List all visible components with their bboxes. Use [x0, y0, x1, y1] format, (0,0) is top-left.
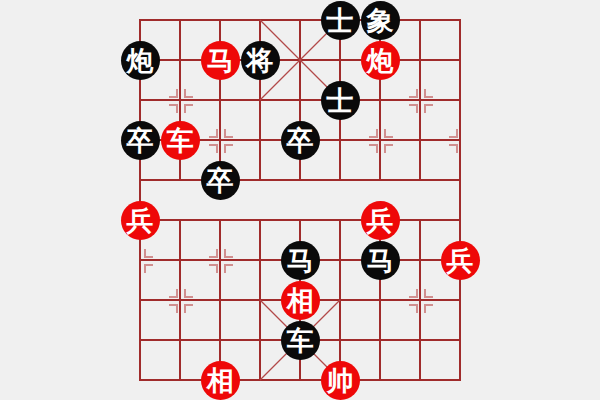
piece-red-soldier[interactable]: 兵: [441, 241, 480, 280]
point-marker: [424, 104, 433, 113]
piece-black-horse[interactable]: 马: [361, 241, 400, 280]
piece-black-soldier[interactable]: 卒: [201, 161, 240, 200]
point-marker: [169, 289, 178, 298]
piece-black-chariot[interactable]: 车: [281, 321, 320, 360]
point-marker: [409, 89, 418, 98]
piece-red-horse[interactable]: 马: [201, 41, 240, 80]
piece-black-elephant[interactable]: 象: [361, 1, 400, 40]
point-marker: [209, 249, 218, 258]
point-marker: [449, 144, 458, 153]
xiangqi-board[interactable]: 士象炮马将炮士卒车卒卒兵兵马马兵相车相帅: [0, 0, 600, 400]
grid-vline-edge: [459, 19, 461, 381]
point-marker: [224, 129, 233, 138]
piece-red-cannon[interactable]: 炮: [361, 41, 400, 80]
piece-black-cannon[interactable]: 炮: [121, 41, 160, 80]
point-marker: [409, 104, 418, 113]
point-marker: [424, 304, 433, 313]
grid-vline-bottom: [219, 219, 221, 381]
point-marker: [144, 249, 153, 258]
piece-black-soldier[interactable]: 卒: [281, 121, 320, 160]
point-marker: [409, 289, 418, 298]
point-marker: [449, 129, 458, 138]
piece-red-elephant[interactable]: 相: [281, 281, 320, 320]
piece-black-horse[interactable]: 马: [281, 241, 320, 280]
point-marker: [184, 104, 193, 113]
grid-vline-bottom: [259, 219, 261, 381]
point-marker: [369, 144, 378, 153]
point-marker: [224, 249, 233, 258]
point-marker: [369, 129, 378, 138]
piece-red-chariot[interactable]: 车: [161, 121, 200, 160]
piece-black-advisor[interactable]: 士: [321, 1, 360, 40]
point-marker: [209, 144, 218, 153]
point-marker: [169, 89, 178, 98]
point-marker: [169, 304, 178, 313]
piece-red-soldier[interactable]: 兵: [361, 201, 400, 240]
point-marker: [144, 264, 153, 273]
point-marker: [224, 144, 233, 153]
piece-red-elephant[interactable]: 相: [201, 361, 240, 400]
point-marker: [169, 104, 178, 113]
point-marker: [424, 89, 433, 98]
point-marker: [384, 129, 393, 138]
piece-black-general[interactable]: 将: [241, 41, 280, 80]
xiangqi-screenshot: 士象炮马将炮士卒车卒卒兵兵马马兵相车相帅: [0, 0, 600, 400]
point-marker: [184, 289, 193, 298]
piece-red-soldier[interactable]: 兵: [121, 201, 160, 240]
point-marker: [184, 304, 193, 313]
piece-red-general[interactable]: 帅: [321, 361, 360, 400]
piece-black-soldier[interactable]: 卒: [121, 121, 160, 160]
point-marker: [384, 144, 393, 153]
point-marker: [424, 289, 433, 298]
point-marker: [209, 264, 218, 273]
grid-vline-bottom: [419, 219, 421, 381]
point-marker: [209, 129, 218, 138]
grid-vline-bottom: [179, 219, 181, 381]
point-marker: [184, 89, 193, 98]
grid-vline-bottom: [339, 219, 341, 381]
point-marker: [224, 264, 233, 273]
grid-vline-top: [419, 19, 421, 181]
piece-black-advisor[interactable]: 士: [321, 81, 360, 120]
point-marker: [409, 304, 418, 313]
